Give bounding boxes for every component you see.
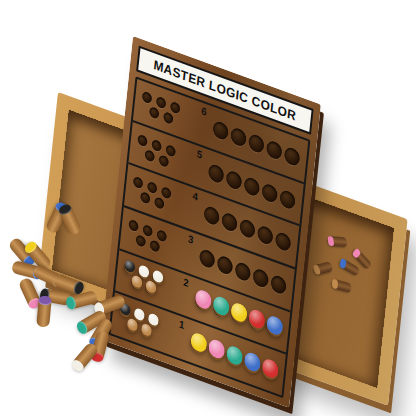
feedback-hole[interactable]	[149, 106, 159, 120]
feedback-hole[interactable]	[127, 319, 137, 333]
guess-hole[interactable]	[226, 169, 243, 191]
guess-hole[interactable]	[261, 359, 278, 381]
guess-hole[interactable]	[248, 310, 265, 332]
guess-peg-blue[interactable]	[265, 314, 283, 337]
guess-hole[interactable]	[243, 353, 260, 375]
feedback-hole[interactable]	[142, 224, 152, 238]
feedback-hole[interactable]	[156, 96, 166, 110]
tray-peg-natural[interactable]	[313, 261, 334, 275]
guess-hole[interactable]	[217, 254, 234, 276]
guess-hole[interactable]	[279, 188, 296, 210]
feedback-hole[interactable]	[141, 325, 151, 339]
guess-peg-yellow[interactable]	[189, 330, 207, 353]
guess-peg-red[interactable]	[261, 356, 279, 379]
guess-hole[interactable]	[226, 346, 243, 368]
loose-peg-purple[interactable]	[36, 296, 52, 327]
guess-hole[interactable]	[212, 120, 229, 142]
guess-hole[interactable]	[266, 139, 283, 161]
tray-peg-pink[interactable]	[327, 236, 347, 247]
guess-hole[interactable]	[203, 205, 220, 227]
guess-hole[interactable]	[257, 224, 274, 246]
guess-hole[interactable]	[199, 248, 216, 270]
guess-hole[interactable]	[252, 267, 269, 289]
guess-hole[interactable]	[194, 290, 211, 312]
peg-cap-pink	[327, 236, 334, 246]
feedback-hole[interactable]	[140, 191, 150, 205]
feedback-hole[interactable]	[150, 239, 160, 253]
peg-cap-green	[65, 296, 77, 311]
feedback-hole[interactable]	[166, 143, 176, 157]
guess-hole[interactable]	[275, 231, 292, 253]
feedback-hole[interactable]	[144, 149, 154, 163]
board-rows: 654321	[108, 76, 310, 398]
guess-hole[interactable]	[230, 126, 247, 148]
feedback-hole[interactable]	[136, 234, 146, 248]
feedback-peg-black[interactable]	[124, 259, 136, 274]
feedback-hole[interactable]	[170, 101, 180, 115]
feedback-hole[interactable]	[147, 181, 157, 195]
feedback-hole[interactable]	[124, 261, 134, 275]
row-number: 6	[196, 101, 212, 120]
feedback-hole[interactable]	[163, 111, 173, 125]
guess-hole[interactable]	[230, 303, 247, 325]
guess-hole[interactable]	[243, 175, 260, 197]
feedback-hole[interactable]	[131, 277, 141, 291]
guess-peg-green[interactable]	[212, 294, 230, 317]
guess-hole[interactable]	[212, 297, 229, 319]
guess-peg-pink[interactable]	[194, 288, 212, 311]
peg-cap-green	[75, 320, 89, 336]
guess-hole[interactable]	[270, 274, 287, 296]
feedback-hole[interactable]	[157, 229, 167, 243]
peg-cap-blue	[339, 258, 347, 270]
tray-peg-blue[interactable]	[339, 258, 360, 277]
feedback-hole[interactable]	[133, 176, 143, 190]
guess-hole[interactable]	[234, 261, 251, 283]
guess-hole[interactable]	[284, 146, 301, 168]
scene: MASTER LOGIC COLOR 654321	[0, 0, 416, 416]
guess-hole[interactable]	[208, 162, 225, 184]
guess-peg-green[interactable]	[225, 343, 243, 366]
tray-peg-natural[interactable]	[332, 278, 351, 292]
guess-hole[interactable]	[221, 211, 238, 233]
guess-peg-yellow[interactable]	[230, 301, 248, 324]
feedback-hole[interactable]	[154, 196, 164, 210]
guess-hole[interactable]	[248, 133, 265, 155]
feedback-hole[interactable]	[137, 133, 147, 147]
guess-peg-blue[interactable]	[243, 350, 261, 373]
feedback-hole[interactable]	[159, 154, 169, 168]
guess-hole[interactable]	[261, 182, 278, 204]
game-board: MASTER LOGIC COLOR 654321	[101, 36, 321, 408]
guess-peg-pink[interactable]	[207, 337, 225, 360]
feedback-hole[interactable]	[128, 219, 138, 233]
guess-hole[interactable]	[208, 340, 225, 362]
peg-cap-natural	[313, 264, 322, 275]
peg-cap-natural	[332, 278, 338, 289]
guess-hole[interactable]	[239, 218, 256, 240]
peg-cap-white	[70, 358, 86, 373]
guess-peg-red[interactable]	[248, 307, 266, 330]
feedback-hole[interactable]	[161, 186, 171, 200]
feedback-hole[interactable]	[145, 282, 155, 296]
guess-hole[interactable]	[266, 316, 283, 338]
feedback-hole[interactable]	[142, 90, 152, 104]
peg-cap-purple	[38, 295, 52, 305]
peg-cap-pink	[352, 248, 362, 259]
guess-hole[interactable]	[190, 333, 207, 355]
feedback-hole[interactable]	[151, 138, 161, 152]
